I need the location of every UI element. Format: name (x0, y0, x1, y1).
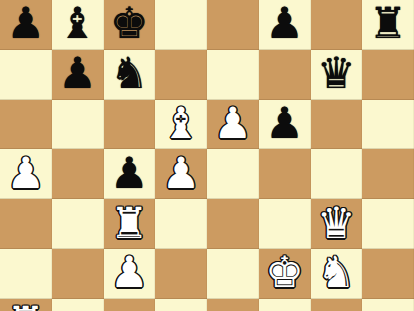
square-c6[interactable] (104, 100, 156, 150)
square-d5[interactable]: ♟ (155, 149, 207, 199)
square-b4[interactable] (52, 199, 104, 249)
chess-board: ♟♝♚♟♜♟♞♛♝♟♟♟♟♟♜♛♟♚♞♜ (0, 0, 414, 311)
piece-black-pawn-c5[interactable]: ♟ (110, 152, 149, 195)
square-a7[interactable] (0, 50, 52, 100)
square-e4[interactable] (207, 199, 259, 249)
piece-black-pawn-b7[interactable]: ♟ (58, 52, 97, 95)
square-h3[interactable] (362, 249, 414, 299)
piece-black-pawn-f8[interactable]: ♟ (265, 2, 304, 45)
square-g7[interactable]: ♛ (311, 50, 363, 100)
piece-white-rook-a2[interactable]: ♜ (7, 301, 46, 311)
square-a5[interactable]: ♟ (0, 149, 52, 199)
square-c3[interactable]: ♟ (104, 249, 156, 299)
square-e8[interactable] (207, 0, 259, 50)
square-c4[interactable]: ♜ (104, 199, 156, 249)
square-d3[interactable] (155, 249, 207, 299)
square-f4[interactable] (259, 199, 311, 249)
square-a4[interactable] (0, 199, 52, 249)
square-h7[interactable] (362, 50, 414, 100)
square-c5[interactable]: ♟ (104, 149, 156, 199)
square-g3[interactable]: ♞ (311, 249, 363, 299)
piece-black-bishop-b8[interactable]: ♝ (58, 2, 97, 45)
square-g4[interactable]: ♛ (311, 199, 363, 249)
piece-white-queen-g4[interactable]: ♛ (317, 202, 356, 245)
piece-white-pawn-a5[interactable]: ♟ (7, 152, 46, 195)
square-g2[interactable] (311, 299, 363, 311)
square-g8[interactable] (311, 0, 363, 50)
piece-white-pawn-d5[interactable]: ♟ (162, 152, 201, 195)
square-e2[interactable] (207, 299, 259, 311)
square-c8[interactable]: ♚ (104, 0, 156, 50)
square-d6[interactable]: ♝ (155, 100, 207, 150)
square-d8[interactable] (155, 0, 207, 50)
piece-white-king-f3[interactable]: ♚ (265, 251, 304, 294)
square-b7[interactable]: ♟ (52, 50, 104, 100)
square-e5[interactable] (207, 149, 259, 199)
square-a2[interactable]: ♜ (0, 299, 52, 311)
piece-black-king-c8[interactable]: ♚ (110, 2, 149, 45)
square-h4[interactable] (362, 199, 414, 249)
square-b6[interactable] (52, 100, 104, 150)
square-g5[interactable] (311, 149, 363, 199)
square-b3[interactable] (52, 249, 104, 299)
square-d2[interactable] (155, 299, 207, 311)
square-a8[interactable]: ♟ (0, 0, 52, 50)
square-e6[interactable]: ♟ (207, 100, 259, 150)
piece-black-rook-h8[interactable]: ♜ (369, 2, 408, 45)
square-a3[interactable] (0, 249, 52, 299)
square-h8[interactable]: ♜ (362, 0, 414, 50)
square-h6[interactable] (362, 100, 414, 150)
piece-white-knight-g3[interactable]: ♞ (317, 251, 356, 294)
piece-white-bishop-d6[interactable]: ♝ (162, 102, 201, 145)
square-d4[interactable] (155, 199, 207, 249)
square-h5[interactable] (362, 149, 414, 199)
square-f3[interactable]: ♚ (259, 249, 311, 299)
piece-black-pawn-f6[interactable]: ♟ (265, 102, 304, 145)
square-d7[interactable] (155, 50, 207, 100)
square-f2[interactable] (259, 299, 311, 311)
square-f7[interactable] (259, 50, 311, 100)
piece-black-queen-g7[interactable]: ♛ (317, 52, 356, 95)
square-e7[interactable] (207, 50, 259, 100)
square-b2[interactable] (52, 299, 104, 311)
square-f6[interactable]: ♟ (259, 100, 311, 150)
square-f8[interactable]: ♟ (259, 0, 311, 50)
piece-black-pawn-a8[interactable]: ♟ (7, 2, 46, 45)
square-c7[interactable]: ♞ (104, 50, 156, 100)
square-a6[interactable] (0, 100, 52, 150)
square-b8[interactable]: ♝ (52, 0, 104, 50)
piece-white-pawn-e6[interactable]: ♟ (214, 102, 253, 145)
square-h2[interactable] (362, 299, 414, 311)
piece-white-rook-c4[interactable]: ♜ (110, 202, 149, 245)
square-c2[interactable] (104, 299, 156, 311)
piece-white-pawn-c3[interactable]: ♟ (110, 251, 149, 294)
chess-board-viewport: ♟♝♚♟♜♟♞♛♝♟♟♟♟♟♜♛♟♚♞♜ (0, 0, 414, 311)
square-g6[interactable] (311, 100, 363, 150)
square-f5[interactable] (259, 149, 311, 199)
square-e3[interactable] (207, 249, 259, 299)
square-b5[interactable] (52, 149, 104, 199)
piece-black-knight-c7[interactable]: ♞ (110, 52, 149, 95)
